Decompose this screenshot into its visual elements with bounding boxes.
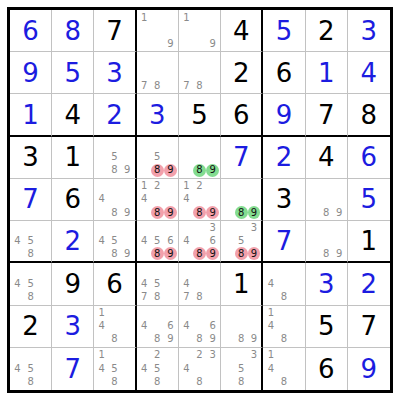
- candidate-slot-2: 2: [193, 349, 206, 362]
- candidate-4[interactable]: 4: [183, 364, 189, 374]
- candidate-5[interactable]: 5: [238, 364, 244, 374]
- candidate-slot-2: [235, 349, 248, 362]
- candidate-slot-5: 5: [24, 235, 37, 248]
- cell-r7c6[interactable]: 1: [221, 263, 263, 305]
- candidate-4[interactable]: 4: [141, 236, 147, 246]
- cell-r8c7[interactable]: 148: [263, 306, 305, 348]
- candidate-slot-4: [138, 24, 151, 37]
- candidate-slot-6: [206, 24, 219, 37]
- cell-r9c2[interactable]: 7: [52, 348, 94, 390]
- cell-r2c4[interactable]: 78: [137, 52, 179, 94]
- candidate-8[interactable]: 8: [281, 334, 287, 344]
- candidate-9[interactable]: 9: [124, 208, 130, 218]
- candidate-grid: 48: [263, 263, 304, 304]
- solved-digit: 6: [361, 144, 378, 170]
- solved-digit: 5: [276, 18, 293, 44]
- candidate-slot-4: [180, 24, 193, 37]
- cell-r1c8[interactable]: 2: [306, 10, 348, 52]
- candidate-slot-2: [151, 138, 164, 151]
- candidate-grid: 589: [94, 137, 134, 178]
- candidate-3[interactable]: 3: [251, 350, 257, 360]
- candidate-slot-5: [193, 235, 206, 248]
- candidate-8[interactable]: 8: [154, 377, 160, 387]
- candidate-9[interactable]: 9: [336, 249, 342, 259]
- candidate-slot-1: [180, 138, 193, 151]
- cell-r4c6[interactable]: 7: [221, 137, 263, 179]
- cell-r7c7[interactable]: 48: [263, 263, 305, 305]
- cell-r6c4[interactable]: 45689: [137, 221, 179, 263]
- candidate-slot-8: 8: [151, 290, 164, 303]
- cell-r9c8[interactable]: 6: [306, 348, 348, 390]
- cell-r9c9[interactable]: 9: [348, 348, 390, 390]
- candidate-8[interactable]: 8: [323, 249, 329, 259]
- candidate-slot-2: [193, 264, 206, 277]
- candidate-9-highlight-green[interactable]: 9: [248, 206, 261, 219]
- candidate-slot-8: 8: [320, 248, 333, 261]
- candidate-slot-7: [222, 376, 235, 389]
- cell-r6c7[interactable]: 7: [263, 221, 305, 263]
- candidate-slot-5: [277, 277, 290, 290]
- candidate-4[interactable]: 4: [14, 364, 20, 374]
- candidate-4[interactable]: 4: [183, 321, 189, 331]
- candidate-8-highlight-pink[interactable]: 8: [151, 247, 164, 260]
- cell-r7c3[interactable]: 6: [94, 263, 136, 305]
- candidate-slot-2: [277, 264, 290, 277]
- candidate-slot-9: 9: [206, 206, 219, 219]
- cell-r4c7[interactable]: 2: [263, 137, 305, 179]
- cell-r1c1[interactable]: 6: [10, 10, 52, 52]
- candidate-8[interactable]: 8: [111, 208, 117, 218]
- solved-digit: 7: [276, 228, 293, 254]
- candidate-8-highlight-pink[interactable]: 8: [151, 164, 164, 177]
- candidate-8-highlight-green[interactable]: 8: [193, 164, 206, 177]
- given-digit: 1: [233, 271, 250, 297]
- candidate-6[interactable]: 6: [167, 236, 173, 246]
- candidate-slot-1: [180, 53, 193, 66]
- candidate-slot-4: 4: [180, 277, 193, 290]
- cell-r6c1[interactable]: 458: [10, 221, 52, 263]
- cell-r3c6[interactable]: 6: [221, 94, 263, 136]
- candidate-4[interactable]: 4: [99, 364, 105, 374]
- cell-r4c2[interactable]: 1: [52, 137, 94, 179]
- cell-r7c1[interactable]: 458: [10, 263, 52, 305]
- candidate-slot-7: [11, 376, 24, 389]
- candidate-slot-1: 1: [180, 11, 193, 24]
- candidate-8[interactable]: 8: [111, 377, 117, 387]
- cell-r8c8[interactable]: 5: [306, 306, 348, 348]
- candidate-slot-2: [151, 264, 164, 277]
- candidate-slot-5: 5: [235, 235, 248, 248]
- cell-r2c1[interactable]: 9: [10, 52, 52, 94]
- candidate-slot-3: [121, 180, 134, 193]
- candidate-slot-9: [164, 290, 177, 303]
- candidate-4[interactable]: 4: [99, 194, 105, 204]
- candidate-slot-7: [95, 248, 108, 261]
- candidate-2[interactable]: 2: [154, 181, 160, 191]
- candidate-slot-3: [206, 264, 219, 277]
- candidate-slot-8: 8: [235, 376, 248, 389]
- cell-r9c6[interactable]: 358: [221, 348, 263, 390]
- candidate-1[interactable]: 1: [99, 350, 105, 360]
- candidate-3[interactable]: 3: [209, 350, 215, 360]
- cell-r8c6[interactable]: 89: [221, 306, 263, 348]
- candidate-8[interactable]: 8: [323, 208, 329, 218]
- candidate-5[interactable]: 5: [154, 152, 160, 162]
- candidate-9[interactable]: 9: [209, 334, 215, 344]
- candidate-slot-9: [164, 79, 177, 92]
- candidate-8-highlight-pink[interactable]: 8: [193, 247, 206, 260]
- candidate-slot-7: 7: [180, 290, 193, 303]
- cell-r5c9[interactable]: 5: [348, 179, 390, 221]
- cell-r6c8[interactable]: 89: [306, 221, 348, 263]
- cell-r3c8[interactable]: 7: [306, 94, 348, 136]
- candidate-4[interactable]: 4: [141, 364, 147, 374]
- candidate-4[interactable]: 4: [141, 321, 147, 331]
- candidate-slot-4: 4: [95, 362, 108, 375]
- candidate-slot-6: [248, 193, 261, 206]
- candidate-slot-1: 1: [264, 307, 277, 320]
- candidate-3[interactable]: 3: [209, 223, 215, 233]
- cell-r8c1[interactable]: 2: [10, 306, 52, 348]
- candidate-1[interactable]: 1: [183, 181, 189, 191]
- cell-r5c1[interactable]: 7: [10, 179, 52, 221]
- candidate-8[interactable]: 8: [281, 292, 287, 302]
- candidate-5[interactable]: 5: [111, 236, 117, 246]
- candidate-8-highlight-pink[interactable]: 8: [235, 247, 248, 260]
- given-digit: 3: [276, 186, 293, 212]
- candidate-5[interactable]: 5: [27, 236, 33, 246]
- candidate-slot-6: [164, 66, 177, 79]
- candidate-5[interactable]: 5: [27, 279, 33, 289]
- candidate-9[interactable]: 9: [124, 165, 130, 175]
- cell-r7c8[interactable]: 3: [306, 263, 348, 305]
- cell-r3c1[interactable]: 1: [10, 94, 52, 136]
- candidate-slot-2: [24, 264, 37, 277]
- candidate-slot-4: 4: [95, 235, 108, 248]
- cell-r7c9[interactable]: 2: [348, 263, 390, 305]
- candidate-grid: 4689: [179, 306, 220, 347]
- candidate-9[interactable]: 9: [124, 249, 130, 259]
- candidate-slot-6: [290, 277, 303, 290]
- candidate-slot-3: [37, 222, 50, 235]
- candidate-6[interactable]: 6: [209, 321, 215, 331]
- candidate-5[interactable]: 5: [154, 236, 160, 246]
- cell-r5c8[interactable]: 89: [306, 179, 348, 221]
- solved-digit: 7: [233, 144, 250, 170]
- cell-r1c2[interactable]: 8: [52, 10, 94, 52]
- candidate-1[interactable]: 1: [268, 308, 274, 318]
- sudoku-app: 6871919452395378782614142356978315895898…: [0, 0, 400, 400]
- cell-r3c9[interactable]: 8: [348, 94, 390, 136]
- cell-r6c9[interactable]: 1: [348, 221, 390, 263]
- candidate-8[interactable]: 8: [27, 292, 33, 302]
- cell-r6c2[interactable]: 2: [52, 221, 94, 263]
- candidate-8[interactable]: 8: [27, 249, 33, 259]
- cell-r3c4[interactable]: 3: [137, 94, 179, 136]
- candidate-8[interactable]: 8: [238, 377, 244, 387]
- candidate-8[interactable]: 8: [281, 377, 287, 387]
- candidate-slot-8: 8: [193, 79, 206, 92]
- candidate-4[interactable]: 4: [268, 279, 274, 289]
- cell-r6c5[interactable]: 34689: [179, 221, 221, 263]
- given-digit: 6: [276, 60, 293, 86]
- candidate-8[interactable]: 8: [111, 334, 117, 344]
- candidate-slot-9: 9: [164, 206, 177, 219]
- candidate-3[interactable]: 3: [251, 223, 257, 233]
- candidate-4[interactable]: 4: [141, 279, 147, 289]
- candidate-slot-8: 8: [193, 164, 206, 177]
- cell-r5c3[interactable]: 489: [94, 179, 136, 221]
- cell-r2c9[interactable]: 4: [348, 52, 390, 94]
- candidate-slot-3: [248, 180, 261, 193]
- candidate-9-highlight-green[interactable]: 9: [206, 164, 219, 177]
- candidate-slot-7: [180, 333, 193, 346]
- candidate-slot-5: [193, 277, 206, 290]
- candidate-slot-9: 9: [121, 248, 134, 261]
- cell-r3c7[interactable]: 9: [263, 94, 305, 136]
- cell-r4c3[interactable]: 589: [94, 137, 136, 179]
- candidate-slot-2: [277, 307, 290, 320]
- given-digit: 1: [65, 144, 82, 170]
- candidate-4[interactable]: 4: [183, 279, 189, 289]
- cell-r2c2[interactable]: 5: [52, 52, 94, 94]
- candidate-slot-9: [164, 376, 177, 389]
- candidate-slot-2: [235, 222, 248, 235]
- candidate-slot-3: [164, 11, 177, 24]
- cell-r5c6[interactable]: 89: [221, 179, 263, 221]
- candidate-7[interactable]: 7: [183, 292, 189, 302]
- candidate-4[interactable]: 4: [268, 364, 274, 374]
- candidate-9[interactable]: 9: [209, 39, 215, 49]
- cell-r4c1[interactable]: 3: [10, 137, 52, 179]
- candidate-8[interactable]: 8: [154, 81, 160, 91]
- candidate-8[interactable]: 8: [111, 249, 117, 259]
- candidate-8[interactable]: 8: [27, 377, 33, 387]
- cell-r5c2[interactable]: 6: [52, 179, 94, 221]
- candidate-8[interactable]: 8: [154, 292, 160, 302]
- candidate-slot-7: [95, 376, 108, 389]
- candidate-slot-9: [206, 79, 219, 92]
- candidate-slot-6: [164, 277, 177, 290]
- cell-r4c9[interactable]: 6: [348, 137, 390, 179]
- candidate-9-highlight-pink[interactable]: 9: [206, 206, 219, 219]
- candidate-slot-7: [307, 248, 320, 261]
- candidate-slot-1: [138, 222, 151, 235]
- cell-r5c5[interactable]: 12489: [179, 179, 221, 221]
- candidate-slot-4: [307, 193, 320, 206]
- candidate-slot-1: [11, 264, 24, 277]
- candidate-slot-4: 4: [138, 193, 151, 206]
- cell-r1c4[interactable]: 19: [137, 10, 179, 52]
- candidate-8[interactable]: 8: [196, 334, 202, 344]
- cell-r9c7[interactable]: 148: [263, 348, 305, 390]
- candidate-9[interactable]: 9: [336, 208, 342, 218]
- candidate-slot-8: 8: [108, 248, 121, 261]
- candidate-slot-6: [121, 235, 134, 248]
- candidate-4[interactable]: 4: [99, 321, 105, 331]
- candidate-1[interactable]: 1: [268, 350, 274, 360]
- candidate-2[interactable]: 2: [196, 350, 202, 360]
- candidate-slot-7: [138, 164, 151, 177]
- solved-digit: 8: [65, 18, 82, 44]
- candidate-6[interactable]: 6: [209, 236, 215, 246]
- candidate-slot-4: 4: [180, 362, 193, 375]
- cell-r6c6[interactable]: 3589: [221, 221, 263, 263]
- candidate-6[interactable]: 6: [167, 321, 173, 331]
- cell-r9c3[interactable]: 1458: [94, 348, 136, 390]
- candidate-2[interactable]: 2: [196, 181, 202, 191]
- solved-digit: 9: [361, 356, 378, 382]
- candidate-9-highlight-pink[interactable]: 9: [164, 247, 177, 260]
- solved-digit: 3: [318, 271, 335, 297]
- candidate-5[interactable]: 5: [154, 279, 160, 289]
- candidate-9-highlight-pink[interactable]: 9: [164, 206, 177, 219]
- candidate-9[interactable]: 9: [167, 334, 173, 344]
- candidate-slot-8: [151, 37, 164, 50]
- candidate-slot-7: [180, 248, 193, 261]
- cell-r1c5[interactable]: 19: [179, 10, 221, 52]
- candidate-slot-7: [180, 164, 193, 177]
- cell-r3c3[interactable]: 2: [94, 94, 136, 136]
- cell-r2c8[interactable]: 1: [306, 52, 348, 94]
- candidate-slot-3: 3: [206, 222, 219, 235]
- candidate-1[interactable]: 1: [141, 181, 147, 191]
- cell-r6c3[interactable]: 4589: [94, 221, 136, 263]
- candidate-slot-2: [235, 180, 248, 193]
- cell-r7c4[interactable]: 4578: [137, 263, 179, 305]
- cell-r9c1[interactable]: 458: [10, 348, 52, 390]
- cell-r8c3[interactable]: 148: [94, 306, 136, 348]
- cell-r5c4[interactable]: 12489: [137, 179, 179, 221]
- solved-digit: 5: [361, 186, 378, 212]
- candidate-4[interactable]: 4: [183, 194, 189, 204]
- candidate-slot-3: [121, 349, 134, 362]
- cell-r2c7[interactable]: 6: [263, 52, 305, 94]
- solved-digit: 2: [106, 102, 123, 128]
- cell-r1c9[interactable]: 3: [348, 10, 390, 52]
- candidate-4[interactable]: 4: [14, 279, 20, 289]
- cell-r7c2[interactable]: 9: [52, 263, 94, 305]
- candidate-9-highlight-pink[interactable]: 9: [164, 164, 177, 177]
- cell-r5c7[interactable]: 3: [263, 179, 305, 221]
- candidate-8[interactable]: 8: [196, 377, 202, 387]
- candidate-4[interactable]: 4: [99, 236, 105, 246]
- candidate-grid: 2348: [179, 348, 220, 390]
- candidate-slot-5: 5: [108, 362, 121, 375]
- solved-digit: 2: [276, 144, 293, 170]
- candidate-slot-1: [95, 138, 108, 151]
- cell-r2c5[interactable]: 78: [179, 52, 221, 94]
- candidate-slot-3: [164, 180, 177, 193]
- candidate-slot-9: [121, 376, 134, 389]
- candidate-4[interactable]: 4: [183, 236, 189, 246]
- cell-r1c3[interactable]: 7: [94, 10, 136, 52]
- cell-r2c6[interactable]: 2: [221, 52, 263, 94]
- candidate-slot-5: [151, 66, 164, 79]
- candidate-8-highlight-pink[interactable]: 8: [193, 206, 206, 219]
- candidate-9[interactable]: 9: [251, 334, 257, 344]
- cell-r4c4[interactable]: 589: [137, 137, 179, 179]
- candidate-7[interactable]: 7: [183, 81, 189, 91]
- candidate-4[interactable]: 4: [141, 194, 147, 204]
- candidate-slot-9: 9: [164, 37, 177, 50]
- candidate-2[interactable]: 2: [154, 350, 160, 360]
- candidate-8[interactable]: 8: [238, 334, 244, 344]
- candidate-9-highlight-pink[interactable]: 9: [248, 247, 261, 260]
- solved-digit: 4: [361, 60, 378, 86]
- cell-r1c6[interactable]: 4: [221, 10, 263, 52]
- cell-r8c4[interactable]: 4689: [137, 306, 179, 348]
- candidate-grid: 478: [179, 263, 220, 304]
- candidate-9-highlight-pink[interactable]: 9: [206, 247, 219, 260]
- cell-r4c8[interactable]: 4: [306, 137, 348, 179]
- candidate-5[interactable]: 5: [111, 364, 117, 374]
- cell-r9c4[interactable]: 2458: [137, 348, 179, 390]
- cell-r8c2[interactable]: 3: [52, 306, 94, 348]
- candidate-slot-8: 8: [151, 79, 164, 92]
- candidate-5[interactable]: 5: [111, 152, 117, 162]
- candidate-8[interactable]: 8: [111, 165, 117, 175]
- candidate-slot-9: 9: [164, 333, 177, 346]
- cell-r7c5[interactable]: 478: [179, 263, 221, 305]
- candidate-slot-7: 7: [180, 79, 193, 92]
- candidate-8[interactable]: 8: [196, 81, 202, 91]
- candidate-slot-4: 4: [180, 193, 193, 206]
- cell-r4c5[interactable]: 89: [179, 137, 221, 179]
- candidate-8[interactable]: 8: [154, 334, 160, 344]
- cell-r9c5[interactable]: 2348: [179, 348, 221, 390]
- candidate-1[interactable]: 1: [183, 13, 189, 23]
- candidate-5[interactable]: 5: [238, 236, 244, 246]
- candidate-1[interactable]: 1: [99, 308, 105, 318]
- candidate-8-highlight-green[interactable]: 8: [235, 206, 248, 219]
- candidate-9[interactable]: 9: [167, 39, 173, 49]
- candidate-5[interactable]: 5: [154, 364, 160, 374]
- candidate-slot-1: [138, 264, 151, 277]
- candidate-slot-5: [235, 320, 248, 333]
- candidate-grid: 89: [221, 179, 261, 220]
- candidate-slot-6: [206, 277, 219, 290]
- candidate-slot-9: 9: [333, 206, 346, 219]
- candidate-slot-7: [95, 333, 108, 346]
- cell-r8c5[interactable]: 4689: [179, 306, 221, 348]
- candidate-slot-3: [290, 264, 303, 277]
- candidate-1[interactable]: 1: [141, 13, 147, 23]
- given-digit: 6: [106, 271, 123, 297]
- candidate-slot-9: [37, 290, 50, 303]
- candidate-7[interactable]: 7: [141, 81, 147, 91]
- candidate-slot-3: [206, 11, 219, 24]
- candidate-slot-6: [164, 193, 177, 206]
- candidate-4[interactable]: 4: [268, 321, 274, 331]
- candidate-grid: 458: [10, 348, 51, 390]
- solved-digit: 3: [149, 102, 166, 128]
- candidate-5[interactable]: 5: [27, 364, 33, 374]
- candidate-slot-1: [138, 53, 151, 66]
- cell-r2c3[interactable]: 3: [94, 52, 136, 94]
- cell-r1c7[interactable]: 5: [263, 10, 305, 52]
- candidate-4[interactable]: 4: [14, 236, 20, 246]
- cell-r3c5[interactable]: 5: [179, 94, 221, 136]
- cell-r8c9[interactable]: 7: [348, 306, 390, 348]
- candidate-slot-7: 7: [138, 79, 151, 92]
- candidate-8[interactable]: 8: [196, 292, 202, 302]
- candidate-7[interactable]: 7: [141, 292, 147, 302]
- candidate-8-highlight-pink[interactable]: 8: [151, 206, 164, 219]
- candidate-slot-7: [138, 376, 151, 389]
- cell-r3c2[interactable]: 4: [52, 94, 94, 136]
- candidate-slot-9: [248, 376, 261, 389]
